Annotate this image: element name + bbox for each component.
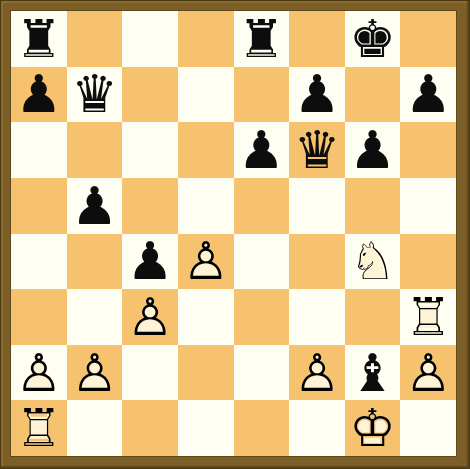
white-pawn-outline-glyph: ♙ [294,347,341,399]
square-a6[interactable] [11,122,67,178]
square-c6[interactable] [122,122,178,178]
white-knight-piece[interactable]: ♞♘ [349,235,396,287]
square-g8[interactable]: ♚ [345,11,401,67]
square-c5[interactable] [122,178,178,234]
square-g7[interactable] [345,67,401,123]
square-d8[interactable] [178,11,234,67]
white-pawn-outline-glyph: ♙ [71,347,118,399]
square-f4[interactable] [289,234,345,290]
black-pawn-piece[interactable]: ♟ [238,124,285,176]
black-pawn-glyph: ♟ [405,68,452,120]
white-knight-outline-glyph: ♘ [349,235,396,287]
square-c2[interactable] [122,345,178,401]
black-pawn-glyph: ♟ [349,124,396,176]
square-c3[interactable]: ♟♙ [122,289,178,345]
square-a3[interactable] [11,289,67,345]
white-pawn-outline-glyph: ♙ [182,235,229,287]
chess-board: ♜♜♚♟♛♟♟♟♛♟♟♟♟♙♞♘♟♙♜♖♟♙♟♙♟♙♝♟♙♜♖♚♔ [10,10,457,457]
square-c7[interactable] [122,67,178,123]
square-e4[interactable] [234,234,290,290]
square-f3[interactable] [289,289,345,345]
white-pawn-outline-glyph: ♙ [127,291,174,343]
square-a5[interactable] [11,178,67,234]
square-h2[interactable]: ♟♙ [400,345,456,401]
square-h7[interactable]: ♟ [400,67,456,123]
white-pawn-piece[interactable]: ♟♙ [294,347,341,399]
square-b8[interactable] [67,11,123,67]
square-a4[interactable] [11,234,67,290]
square-e5[interactable] [234,178,290,234]
square-c1[interactable] [122,400,178,456]
square-f2[interactable]: ♟♙ [289,345,345,401]
black-pawn-piece[interactable]: ♟ [405,68,452,120]
black-rook-glyph: ♜ [238,13,285,65]
black-queen-glyph: ♛ [71,68,118,120]
square-a1[interactable]: ♜♖ [11,400,67,456]
black-pawn-glyph: ♟ [238,124,285,176]
square-h3[interactable]: ♜♖ [400,289,456,345]
square-d7[interactable] [178,67,234,123]
square-e1[interactable] [234,400,290,456]
square-g5[interactable] [345,178,401,234]
white-king-piece[interactable]: ♚♔ [349,402,396,454]
square-b3[interactable] [67,289,123,345]
black-pawn-glyph: ♟ [127,235,174,287]
white-rook-piece[interactable]: ♜♖ [16,402,63,454]
square-b2[interactable]: ♟♙ [67,345,123,401]
white-pawn-piece[interactable]: ♟♙ [127,291,174,343]
square-f1[interactable] [289,400,345,456]
white-pawn-piece[interactable]: ♟♙ [182,235,229,287]
square-g4[interactable]: ♞♘ [345,234,401,290]
square-g1[interactable]: ♚♔ [345,400,401,456]
black-pawn-piece[interactable]: ♟ [16,68,63,120]
square-c8[interactable] [122,11,178,67]
square-b7[interactable]: ♛ [67,67,123,123]
black-pawn-piece[interactable]: ♟ [71,180,118,232]
square-e8[interactable]: ♜ [234,11,290,67]
square-h5[interactable] [400,178,456,234]
square-b1[interactable] [67,400,123,456]
black-queen-piece[interactable]: ♛ [294,124,341,176]
black-rook-piece[interactable]: ♜ [16,13,63,65]
square-f5[interactable] [289,178,345,234]
black-pawn-glyph: ♟ [71,180,118,232]
square-g6[interactable]: ♟ [345,122,401,178]
square-f7[interactable]: ♟ [289,67,345,123]
square-f8[interactable] [289,11,345,67]
square-b6[interactable] [67,122,123,178]
white-pawn-outline-glyph: ♙ [405,347,452,399]
white-pawn-outline-glyph: ♙ [16,347,63,399]
square-d4[interactable]: ♟♙ [178,234,234,290]
square-h4[interactable] [400,234,456,290]
white-rook-outline-glyph: ♖ [405,291,452,343]
square-d5[interactable] [178,178,234,234]
square-f6[interactable]: ♛ [289,122,345,178]
black-rook-glyph: ♜ [16,13,63,65]
board-frame: ♜♜♚♟♛♟♟♟♛♟♟♟♟♙♞♘♟♙♜♖♟♙♟♙♟♙♝♟♙♜♖♚♔ [0,0,470,469]
chess-diagram: ♜♜♚♟♛♟♟♟♛♟♟♟♟♙♞♘♟♙♜♖♟♙♟♙♟♙♝♟♙♜♖♚♔ [0,0,470,469]
square-c4[interactable]: ♟ [122,234,178,290]
square-a7[interactable]: ♟ [11,67,67,123]
black-bishop-glyph: ♝ [349,347,396,399]
black-pawn-piece[interactable]: ♟ [349,124,396,176]
square-e2[interactable] [234,345,290,401]
black-queen-glyph: ♛ [294,124,341,176]
black-pawn-glyph: ♟ [294,68,341,120]
square-e3[interactable] [234,289,290,345]
white-king-outline-glyph: ♔ [349,402,396,454]
square-d3[interactable] [178,289,234,345]
black-queen-piece[interactable]: ♛ [71,68,118,120]
square-e6[interactable]: ♟ [234,122,290,178]
square-e7[interactable] [234,67,290,123]
square-g3[interactable] [345,289,401,345]
black-bishop-piece[interactable]: ♝ [349,347,396,399]
square-g2[interactable]: ♝ [345,345,401,401]
black-pawn-glyph: ♟ [16,68,63,120]
square-h1[interactable] [400,400,456,456]
white-pawn-piece[interactable]: ♟♙ [71,347,118,399]
square-d6[interactable] [178,122,234,178]
square-b4[interactable] [67,234,123,290]
square-d2[interactable] [178,345,234,401]
black-king-piece[interactable]: ♚ [349,13,396,65]
white-pawn-piece[interactable]: ♟♙ [16,347,63,399]
square-a8[interactable]: ♜ [11,11,67,67]
black-pawn-piece[interactable]: ♟ [127,235,174,287]
black-rook-piece[interactable]: ♜ [238,13,285,65]
square-h8[interactable] [400,11,456,67]
square-h6[interactable] [400,122,456,178]
white-rook-piece[interactable]: ♜♖ [405,291,452,343]
square-a2[interactable]: ♟♙ [11,345,67,401]
black-pawn-piece[interactable]: ♟ [294,68,341,120]
square-b5[interactable]: ♟ [67,178,123,234]
black-king-glyph: ♚ [349,13,396,65]
white-rook-outline-glyph: ♖ [16,402,63,454]
square-d1[interactable] [178,400,234,456]
white-pawn-piece[interactable]: ♟♙ [405,347,452,399]
